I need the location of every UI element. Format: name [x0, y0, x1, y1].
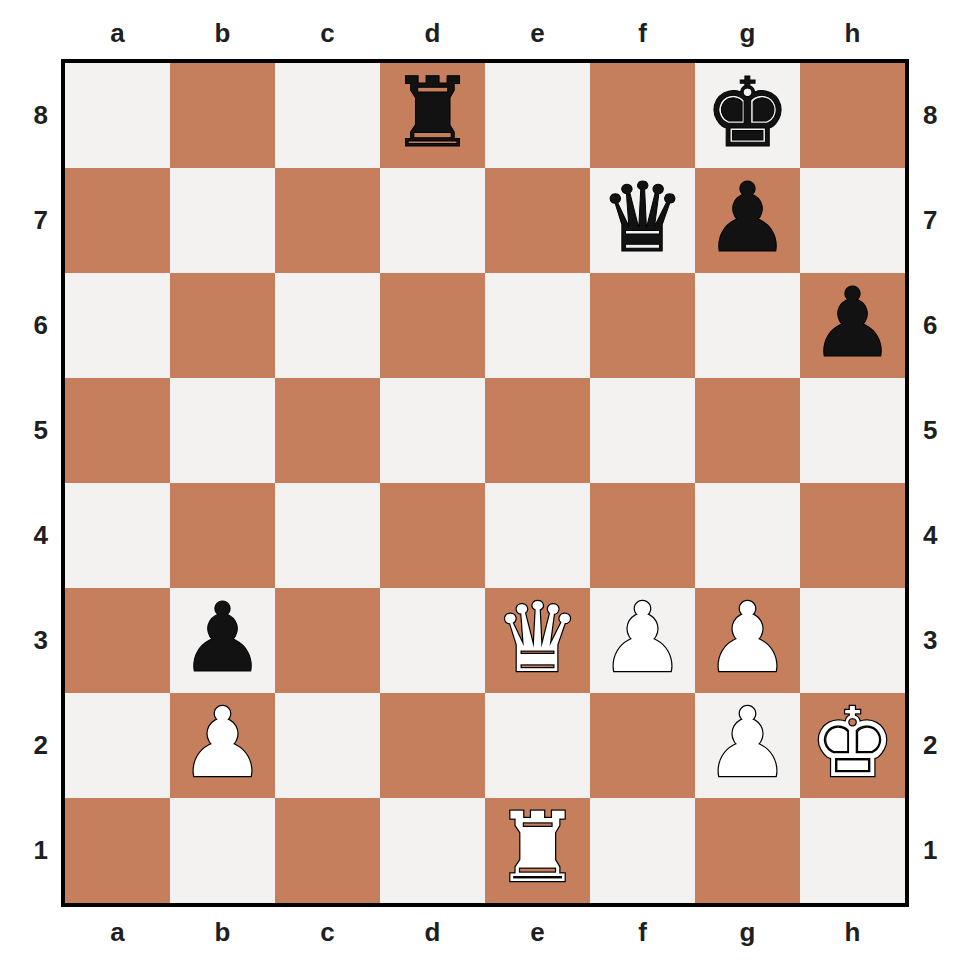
square-a8[interactable]: [65, 63, 170, 168]
white-pawn-g3[interactable]: ♟: [704, 590, 790, 686]
black-pawn-g7[interactable]: ♟: [704, 170, 790, 266]
square-a6[interactable]: [65, 273, 170, 378]
file-label-bottom-g: g: [695, 912, 800, 952]
square-e3[interactable]: ♛: [485, 588, 590, 693]
square-e8[interactable]: [485, 63, 590, 168]
file-label-top-c: c: [275, 13, 380, 53]
black-pawn-h6[interactable]: ♟: [809, 275, 895, 371]
square-d5[interactable]: [380, 378, 485, 483]
square-g4[interactable]: [695, 483, 800, 588]
square-f5[interactable]: [590, 378, 695, 483]
square-c8[interactable]: [275, 63, 380, 168]
rank-label-right-1: 1: [909, 798, 968, 903]
square-b7[interactable]: [170, 168, 275, 273]
square-g2[interactable]: ♟: [695, 693, 800, 798]
rank-label-left-3: 3: [0, 588, 61, 693]
chess-diagram-page: abcdefgh 87654321 ♜♚♛♟♟♟♛♟♟♟♟♚♜ 87654321…: [0, 0, 968, 965]
square-e6[interactable]: [485, 273, 590, 378]
black-queen-f7[interactable]: ♛: [599, 170, 685, 266]
square-e1[interactable]: ♜: [485, 798, 590, 903]
file-label-top-f: f: [590, 13, 695, 53]
square-g1[interactable]: [695, 798, 800, 903]
square-c6[interactable]: [275, 273, 380, 378]
square-g5[interactable]: [695, 378, 800, 483]
square-b4[interactable]: [170, 483, 275, 588]
white-king-h2[interactable]: ♚: [809, 695, 895, 791]
square-b5[interactable]: [170, 378, 275, 483]
file-label-bottom-e: e: [485, 912, 590, 952]
rank-label-left-7: 7: [0, 168, 61, 273]
file-label-bottom-f: f: [590, 912, 695, 952]
square-a4[interactable]: [65, 483, 170, 588]
square-d7[interactable]: [380, 168, 485, 273]
square-g7[interactable]: ♟: [695, 168, 800, 273]
square-h7[interactable]: [800, 168, 905, 273]
square-f3[interactable]: ♟: [590, 588, 695, 693]
square-b8[interactable]: [170, 63, 275, 168]
file-label-bottom-d: d: [380, 912, 485, 952]
square-d8[interactable]: ♜: [380, 63, 485, 168]
black-pawn-b3[interactable]: ♟: [179, 590, 265, 686]
file-labels-bottom: abcdefgh: [65, 912, 905, 952]
square-h3[interactable]: [800, 588, 905, 693]
square-a7[interactable]: [65, 168, 170, 273]
square-d1[interactable]: [380, 798, 485, 903]
rank-label-left-8: 8: [0, 63, 61, 168]
square-c5[interactable]: [275, 378, 380, 483]
file-label-bottom-h: h: [800, 912, 905, 952]
rank-label-left-5: 5: [0, 378, 61, 483]
square-b6[interactable]: [170, 273, 275, 378]
file-label-top-g: g: [695, 13, 800, 53]
square-g6[interactable]: [695, 273, 800, 378]
file-label-top-d: d: [380, 13, 485, 53]
rank-label-right-3: 3: [909, 588, 968, 693]
square-a1[interactable]: [65, 798, 170, 903]
file-label-top-h: h: [800, 13, 905, 53]
rank-label-left-6: 6: [0, 273, 61, 378]
white-pawn-f3[interactable]: ♟: [599, 590, 685, 686]
square-c4[interactable]: [275, 483, 380, 588]
square-h4[interactable]: [800, 483, 905, 588]
file-labels-top: abcdefgh: [65, 13, 905, 53]
square-h1[interactable]: [800, 798, 905, 903]
rank-label-left-4: 4: [0, 483, 61, 588]
square-a5[interactable]: [65, 378, 170, 483]
square-a3[interactable]: [65, 588, 170, 693]
square-b2[interactable]: ♟: [170, 693, 275, 798]
square-d4[interactable]: [380, 483, 485, 588]
square-h5[interactable]: [800, 378, 905, 483]
rank-labels-left: 87654321: [0, 63, 61, 903]
square-f1[interactable]: [590, 798, 695, 903]
square-e4[interactable]: [485, 483, 590, 588]
square-f2[interactable]: [590, 693, 695, 798]
file-label-bottom-b: b: [170, 912, 275, 952]
square-h2[interactable]: ♚: [800, 693, 905, 798]
white-rook-e1[interactable]: ♜: [494, 800, 580, 896]
square-g3[interactable]: ♟: [695, 588, 800, 693]
square-d2[interactable]: [380, 693, 485, 798]
square-a2[interactable]: [65, 693, 170, 798]
square-g8[interactable]: ♚: [695, 63, 800, 168]
rank-label-right-6: 6: [909, 273, 968, 378]
square-b1[interactable]: [170, 798, 275, 903]
chessboard: ♜♚♛♟♟♟♛♟♟♟♟♚♜: [61, 59, 909, 907]
rank-label-right-7: 7: [909, 168, 968, 273]
square-e7[interactable]: [485, 168, 590, 273]
file-label-top-e: e: [485, 13, 590, 53]
square-f8[interactable]: [590, 63, 695, 168]
black-rook-d8[interactable]: ♜: [389, 65, 475, 161]
square-c2[interactable]: [275, 693, 380, 798]
square-c7[interactable]: [275, 168, 380, 273]
rank-labels-right: 87654321: [909, 63, 968, 903]
rank-label-right-5: 5: [909, 378, 968, 483]
square-h6[interactable]: ♟: [800, 273, 905, 378]
square-d6[interactable]: [380, 273, 485, 378]
rank-label-left-1: 1: [0, 798, 61, 903]
square-c1[interactable]: [275, 798, 380, 903]
square-c3[interactable]: [275, 588, 380, 693]
file-label-bottom-a: a: [65, 912, 170, 952]
square-d3[interactable]: [380, 588, 485, 693]
square-e5[interactable]: [485, 378, 590, 483]
rank-label-right-8: 8: [909, 63, 968, 168]
file-label-top-b: b: [170, 13, 275, 53]
square-f6[interactable]: [590, 273, 695, 378]
file-label-top-a: a: [65, 13, 170, 53]
rank-label-right-2: 2: [909, 693, 968, 798]
square-f7[interactable]: ♛: [590, 168, 695, 273]
white-pawn-g2[interactable]: ♟: [704, 695, 790, 791]
square-e2[interactable]: [485, 693, 590, 798]
rank-label-right-4: 4: [909, 483, 968, 588]
white-queen-e3[interactable]: ♛: [494, 590, 580, 686]
black-king-g8[interactable]: ♚: [704, 65, 790, 161]
square-b3[interactable]: ♟: [170, 588, 275, 693]
rank-label-left-2: 2: [0, 693, 61, 798]
square-h8[interactable]: [800, 63, 905, 168]
white-pawn-b2[interactable]: ♟: [179, 695, 265, 791]
square-f4[interactable]: [590, 483, 695, 588]
file-label-bottom-c: c: [275, 912, 380, 952]
